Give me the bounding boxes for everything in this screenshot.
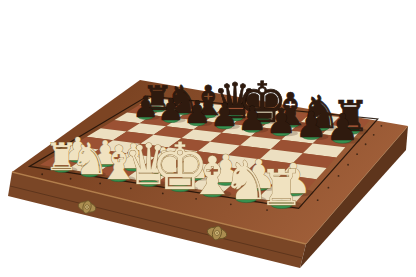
frame-inlay-dot	[328, 187, 330, 189]
piece-glyph: ♟	[266, 101, 297, 141]
piece-black-pawn-g7[interactable]: ♟	[295, 104, 328, 145]
piece-glyph: ♟	[183, 94, 211, 130]
piece-black-pawn-d7[interactable]: ♟	[210, 96, 240, 134]
piece-glyph: ♟	[326, 106, 359, 149]
piece-black-pawn-c7[interactable]: ♟	[183, 94, 212, 130]
piece-glyph: ♜	[259, 159, 304, 217]
frame-inlay-dot	[356, 153, 358, 155]
piece-black-pawn-a7[interactable]: ♟	[133, 90, 160, 124]
piece-glyph: ♟	[158, 92, 185, 127]
frame-inlay-dot	[338, 175, 340, 177]
piece-black-pawn-f7[interactable]: ♟	[266, 101, 298, 141]
piece-glyph: ♟	[210, 96, 239, 134]
piece-white-rook-h1[interactable]: ♜	[259, 159, 304, 217]
piece-glyph: ♟	[237, 99, 267, 138]
frame-inlay-dot	[373, 134, 375, 136]
piece-glyph: ♟	[295, 104, 327, 145]
frame-inlay-dot	[317, 199, 319, 201]
frame-inlay-dot	[380, 125, 382, 127]
frame-inlay-dot	[41, 173, 43, 175]
frame-inlay-dot	[365, 143, 367, 145]
chess-set-photo: ♜♞♝♛♚♝♞♜♟♟♟♟♟♟♟♟♟♟♟♟♟♟♟♟♜♞♝♛♚♝♞♜	[0, 0, 416, 277]
piece-black-pawn-e7[interactable]: ♟	[237, 99, 268, 138]
piece-black-pawn-h7[interactable]: ♟	[326, 106, 361, 149]
frame-inlay-dot	[347, 164, 349, 166]
chess-board: ♜♞♝♛♚♝♞♜♟♟♟♟♟♟♟♟♟♟♟♟♟♟♟♟♜♞♝♛♚♝♞♜	[0, 0, 416, 277]
piece-black-pawn-b7[interactable]: ♟	[158, 92, 186, 127]
piece-glyph: ♟	[133, 90, 159, 124]
